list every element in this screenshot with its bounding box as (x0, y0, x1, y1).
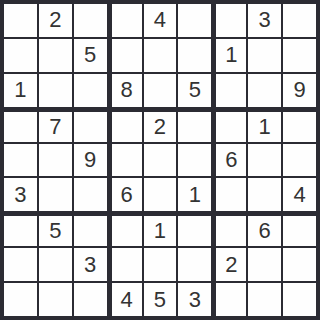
cell-r5c5[interactable] (144, 144, 177, 177)
cell-r3c6[interactable]: 5 (178, 74, 211, 107)
cell-r3c7[interactable] (213, 74, 246, 107)
cell-r8c5[interactable] (144, 248, 177, 281)
cell-r4c8[interactable]: 1 (248, 109, 281, 142)
cell-r1c9[interactable] (283, 4, 316, 37)
cell-r8c4[interactable] (109, 248, 142, 281)
cell-r6c7[interactable] (213, 178, 246, 211)
cell-r9c9[interactable] (283, 283, 316, 316)
cell-r3c8[interactable] (248, 74, 281, 107)
cell-r3c2[interactable] (39, 74, 72, 107)
cell-r7c5[interactable]: 1 (144, 213, 177, 246)
cell-r6c1[interactable]: 3 (4, 178, 37, 211)
cell-r3c3[interactable] (74, 74, 107, 107)
cell-r7c8[interactable]: 6 (248, 213, 281, 246)
cell-r5c4[interactable] (109, 144, 142, 177)
cell-r2c8[interactable] (248, 39, 281, 72)
cell-r2c1[interactable] (4, 39, 37, 72)
cell-r7c1[interactable] (4, 213, 37, 246)
cell-r9c1[interactable] (4, 283, 37, 316)
cell-r8c9[interactable] (283, 248, 316, 281)
cell-r1c1[interactable] (4, 4, 37, 37)
cell-r6c2[interactable] (39, 178, 72, 211)
cell-r4c5[interactable]: 2 (144, 109, 177, 142)
cell-r8c3[interactable]: 3 (74, 248, 107, 281)
cell-r6c4[interactable]: 6 (109, 178, 142, 211)
cell-r6c5[interactable] (144, 178, 177, 211)
cell-r9c8[interactable] (248, 283, 281, 316)
cell-r9c7[interactable] (213, 283, 246, 316)
cell-r5c6[interactable] (178, 144, 211, 177)
sudoku-board: 24351185972196361451632453 (0, 0, 320, 320)
cell-r7c3[interactable] (74, 213, 107, 246)
cell-r9c2[interactable] (39, 283, 72, 316)
cell-r2c9[interactable] (283, 39, 316, 72)
cell-r4c3[interactable] (74, 109, 107, 142)
cell-r8c1[interactable] (4, 248, 37, 281)
cell-r4c7[interactable] (213, 109, 246, 142)
cell-r5c2[interactable] (39, 144, 72, 177)
cell-r6c9[interactable]: 4 (283, 178, 316, 211)
cell-r4c9[interactable] (283, 109, 316, 142)
cell-r9c5[interactable]: 5 (144, 283, 177, 316)
cell-r2c6[interactable] (178, 39, 211, 72)
cell-r7c2[interactable]: 5 (39, 213, 72, 246)
cell-r6c6[interactable]: 1 (178, 178, 211, 211)
cell-r8c8[interactable] (248, 248, 281, 281)
cell-r7c7[interactable] (213, 213, 246, 246)
cell-r4c4[interactable] (109, 109, 142, 142)
cell-r7c9[interactable] (283, 213, 316, 246)
cell-r4c2[interactable]: 7 (39, 109, 72, 142)
cell-r4c1[interactable] (4, 109, 37, 142)
cell-r4c6[interactable] (178, 109, 211, 142)
cell-r5c3[interactable]: 9 (74, 144, 107, 177)
cell-r8c7[interactable]: 2 (213, 248, 246, 281)
cell-r1c3[interactable] (74, 4, 107, 37)
cell-r7c6[interactable] (178, 213, 211, 246)
cell-r3c5[interactable] (144, 74, 177, 107)
cell-r5c7[interactable]: 6 (213, 144, 246, 177)
cell-r9c4[interactable]: 4 (109, 283, 142, 316)
cell-r2c4[interactable] (109, 39, 142, 72)
cell-r5c8[interactable] (248, 144, 281, 177)
cell-r5c1[interactable] (4, 144, 37, 177)
cell-r8c6[interactable] (178, 248, 211, 281)
cell-r1c4[interactable] (109, 4, 142, 37)
cell-r3c4[interactable]: 8 (109, 74, 142, 107)
cell-r6c3[interactable] (74, 178, 107, 211)
cell-r2c3[interactable]: 5 (74, 39, 107, 72)
cell-r9c6[interactable]: 3 (178, 283, 211, 316)
cell-r1c5[interactable]: 4 (144, 4, 177, 37)
cell-r3c9[interactable]: 9 (283, 74, 316, 107)
cell-r2c7[interactable]: 1 (213, 39, 246, 72)
cell-r2c2[interactable] (39, 39, 72, 72)
cell-r1c8[interactable]: 3 (248, 4, 281, 37)
cell-r8c2[interactable] (39, 248, 72, 281)
cell-r2c5[interactable] (144, 39, 177, 72)
cell-r9c3[interactable] (74, 283, 107, 316)
cell-r1c2[interactable]: 2 (39, 4, 72, 37)
cell-r1c7[interactable] (213, 4, 246, 37)
cell-r5c9[interactable] (283, 144, 316, 177)
cell-r7c4[interactable] (109, 213, 142, 246)
cell-r1c6[interactable] (178, 4, 211, 37)
cell-r6c8[interactable] (248, 178, 281, 211)
cell-r3c1[interactable]: 1 (4, 74, 37, 107)
